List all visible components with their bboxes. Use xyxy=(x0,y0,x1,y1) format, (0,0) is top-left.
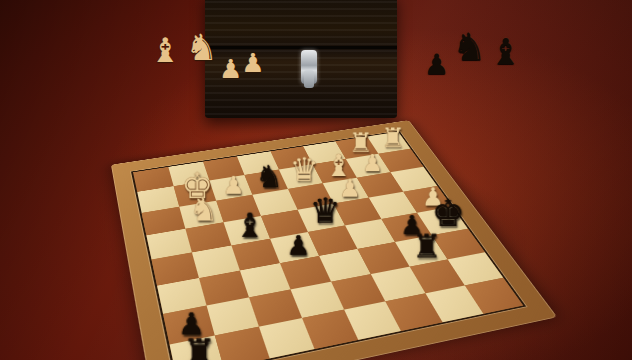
table-surface: ♝ ♞ ♟ ♟ ♟ ♞ ♝ ♜♜♚♟♞♛♝♟♞♟♝♛♟♟♟♚♜♟♜ xyxy=(0,0,632,360)
square-c4[interactable]: ♝ xyxy=(224,216,271,246)
captured-black-pawn-icon: ♟ xyxy=(424,51,449,79)
board-grid: ♜♜♚♟♞♛♝♟♞♟♝♛♟♟♟♚♜♟♜ xyxy=(131,131,526,360)
captured-white-bishop-icon: ♝ xyxy=(150,33,180,67)
captured-black-pieces-tray: ♟ ♞ ♝ xyxy=(424,28,522,79)
captured-white-pawn-icon: ♟ xyxy=(219,56,242,82)
board-frame: ♜♜♚♟♞♛♝♟♞♟♝♛♟♟♟♚♜♟♜ xyxy=(111,120,557,360)
box-clasp-icon xyxy=(301,50,317,84)
captured-white-knight-icon: ♞ xyxy=(186,30,218,66)
piece-white-king-b2[interactable]: ♚ xyxy=(178,169,215,204)
captured-white-pawn-icon: ♟ xyxy=(241,50,264,76)
captured-black-knight-icon: ♞ xyxy=(452,28,486,66)
square-h5[interactable]: ♚ xyxy=(417,207,468,236)
captured-white-pieces-tray: ♝ ♞ ♟ ♟ xyxy=(150,30,265,83)
square-h7[interactable] xyxy=(448,252,504,285)
captured-black-bishop-icon: ♝ xyxy=(489,34,521,70)
piece-black-pawn-d5[interactable]: ♟ xyxy=(278,232,319,259)
chess-board: ♜♜♚♟♞♛♝♟♞♟♝♛♟♟♟♚♜♟♜ xyxy=(111,120,557,360)
piece-black-pawn-a7[interactable]: ♟ xyxy=(169,309,214,339)
piece-white-rook-h1[interactable]: ♜ xyxy=(376,124,410,151)
piece-white-pawn-h4[interactable]: ♟ xyxy=(414,184,452,209)
